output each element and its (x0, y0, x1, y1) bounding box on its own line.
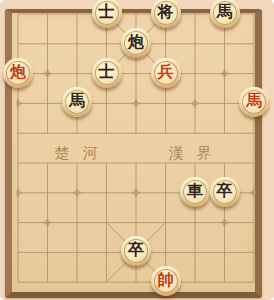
piece-black-soldier[interactable]: 卒 (210, 177, 240, 207)
piece-glyph: 炮 (10, 64, 26, 80)
river-label-right: 漢 界 (169, 144, 216, 162)
piece-black-cannon[interactable]: 炮 (121, 28, 151, 58)
piece-red-soldier[interactable]: 兵 (151, 58, 181, 88)
piece-glyph: 士 (99, 64, 115, 80)
piece-black-horse[interactable]: 馬 (210, 0, 240, 28)
piece-glyph: 帥 (158, 272, 174, 288)
piece-glyph: 馬 (69, 93, 85, 109)
piece-black-advisor-2[interactable]: 士 (92, 58, 122, 88)
piece-glyph: 士 (99, 4, 115, 20)
piece-glyph: 将 (158, 4, 174, 20)
piece-black-advisor[interactable]: 士 (92, 0, 122, 28)
piece-glyph: 馬 (217, 4, 233, 20)
piece-black-general[interactable]: 将 (151, 0, 181, 28)
piece-glyph: 車 (187, 183, 203, 199)
piece-red-cannon[interactable]: 炮 (3, 58, 33, 88)
piece-glyph: 兵 (158, 64, 174, 80)
piece-glyph: 馬 (246, 93, 262, 109)
xiangqi-app-screen: 楚 河 漢 界 士将馬炮炮士兵馬馬車卒卒帥 (0, 0, 274, 300)
piece-glyph: 炮 (128, 34, 144, 50)
piece-black-chariot[interactable]: 車 (180, 177, 210, 207)
piece-red-general[interactable]: 帥 (151, 266, 181, 296)
piece-glyph: 卒 (128, 242, 144, 258)
river-label-left: 楚 河 (55, 144, 102, 162)
piece-glyph: 卒 (217, 183, 233, 199)
